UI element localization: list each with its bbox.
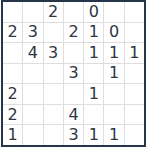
empty-cell-r3c1[interactable]	[23, 64, 42, 84]
clue-cell-r6c4: 1	[84, 125, 103, 145]
minesweeper-board: 2023210431113121241311	[1, 0, 146, 147]
empty-cell-r0c1[interactable]	[23, 2, 42, 22]
empty-cell-r6c6[interactable]	[125, 125, 144, 145]
empty-cell-r5c5[interactable]	[104, 105, 123, 125]
clue-cell-r1c3: 2	[64, 23, 83, 43]
empty-cell-r2c0[interactable]	[3, 43, 22, 63]
clue-cell-r2c5: 1	[104, 43, 123, 63]
clue-cell-r1c4: 1	[84, 23, 103, 43]
empty-cell-r1c6[interactable]	[125, 23, 144, 43]
empty-cell-r3c2[interactable]	[44, 64, 63, 84]
clue-cell-r6c0: 1	[3, 125, 22, 145]
empty-cell-r5c1[interactable]	[23, 105, 42, 125]
clue-cell-r2c1: 4	[23, 43, 42, 63]
clue-cell-r2c4: 1	[84, 43, 103, 63]
empty-cell-r0c3[interactable]	[64, 2, 83, 22]
clue-cell-r4c0: 2	[3, 84, 22, 104]
empty-cell-r4c2[interactable]	[44, 84, 63, 104]
clue-cell-r0c4: 0	[84, 2, 103, 22]
clue-cell-r1c5: 0	[104, 23, 123, 43]
empty-cell-r5c4[interactable]	[84, 105, 103, 125]
empty-cell-r3c0[interactable]	[3, 64, 22, 84]
clue-cell-r0c2: 2	[44, 2, 63, 22]
empty-cell-r0c0[interactable]	[3, 2, 22, 22]
puzzle-grid: 2023210431113121241311	[3, 2, 144, 145]
empty-cell-r6c1[interactable]	[23, 125, 42, 145]
empty-cell-r4c3[interactable]	[64, 84, 83, 104]
clue-cell-r4c4: 1	[84, 84, 103, 104]
empty-cell-r5c2[interactable]	[44, 105, 63, 125]
clue-cell-r2c2: 3	[44, 43, 63, 63]
empty-cell-r0c5[interactable]	[104, 2, 123, 22]
empty-cell-r4c1[interactable]	[23, 84, 42, 104]
empty-cell-r6c2[interactable]	[44, 125, 63, 145]
clue-cell-r1c1: 3	[23, 23, 42, 43]
empty-cell-r4c6[interactable]	[125, 84, 144, 104]
empty-cell-r2c3[interactable]	[64, 43, 83, 63]
empty-cell-r3c6[interactable]	[125, 64, 144, 84]
empty-cell-r5c6[interactable]	[125, 105, 144, 125]
clue-cell-r6c5: 1	[104, 125, 123, 145]
clue-cell-r3c3: 3	[64, 64, 83, 84]
clue-cell-r6c3: 3	[64, 125, 83, 145]
clue-cell-r1c0: 2	[3, 23, 22, 43]
clue-cell-r5c3: 4	[64, 105, 83, 125]
clue-cell-r5c0: 2	[3, 105, 22, 125]
empty-cell-r1c2[interactable]	[44, 23, 63, 43]
clue-cell-r3c5: 1	[104, 64, 123, 84]
empty-cell-r4c5[interactable]	[104, 84, 123, 104]
empty-cell-r0c6[interactable]	[125, 2, 144, 22]
clue-cell-r2c6: 1	[125, 43, 144, 63]
empty-cell-r3c4[interactable]	[84, 64, 103, 84]
